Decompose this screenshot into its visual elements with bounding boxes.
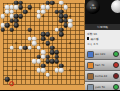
black-player-stone-icon: 黒 5:00 [86,0,100,14]
star-point [42,42,44,44]
black-stone [9,27,14,32]
black-stone [5,23,10,28]
list-item-label: koma 2d [95,74,107,78]
white-stone [45,5,50,10]
list-item-label: aoi 12k [95,52,105,56]
black-stone [23,9,28,14]
white-player-stone-icon [111,0,120,13]
avatar-icon [87,73,94,80]
status-icon [113,62,119,68]
white-stone [59,68,64,73]
black-stone [27,5,32,10]
black-stone [54,59,59,64]
black-stone [18,5,23,10]
white-stone [27,45,32,50]
status-icon [113,84,119,90]
menu-list: aoi 12k han 7k koma 2d yuki 5k [85,49,120,90]
last-move-marker [9,81,15,87]
black-stone [50,0,55,5]
black-stone [45,32,50,37]
game-info-panel: 手数 96 黒の番 コミ 6.5 [85,30,120,49]
avatar-icon [87,84,94,91]
black-stone [59,32,64,37]
go-board[interactable] [0,0,85,90]
status-icon [113,73,119,79]
black-stone [0,27,5,32]
white-stone [36,45,41,50]
white-stone [68,23,73,28]
side-panel: 黒 5:00 対局情報 手数 96 黒の番 コミ 6.5 aoi 12k han… [85,0,120,90]
white-stone [0,14,5,19]
star-point [15,69,17,71]
list-item-label: han 7k [95,63,105,67]
avatar-icon [87,51,94,58]
black-stone [18,14,23,19]
black-stone [14,23,19,28]
white-stone [9,45,14,50]
white-stone [41,9,46,14]
black-stone [27,27,32,32]
list-item[interactable]: yuki 5k [85,82,120,90]
list-item[interactable]: han 7k [85,60,120,71]
black-stone [45,41,50,46]
star-point [69,15,71,17]
avatar-icon [87,62,94,69]
white-stone [45,72,50,77]
go-app-screen: 黒 5:00 対局情報 手数 96 黒の番 コミ 6.5 aoi 12k han… [0,0,120,90]
star-point [15,42,17,44]
status-icon [113,51,119,57]
list-item[interactable]: koma 2d [85,71,120,82]
star-point [69,69,71,71]
black-stone [41,36,46,41]
white-stone [36,14,41,19]
black-player-time: 5:00 [86,7,100,10]
info-line-komi: コミ 6.5 [87,42,120,47]
white-stone [32,41,37,46]
player-clocks: 黒 5:00 [85,0,120,24]
list-item-label: yuki 5k [95,85,105,89]
list-item[interactable]: aoi 12k [85,49,120,60]
star-point [42,15,44,17]
white-stone [59,0,64,5]
white-stone [63,5,68,10]
star-point [69,42,71,44]
white-stone [36,59,41,64]
black-stone [50,36,55,41]
white-stone [41,68,46,73]
